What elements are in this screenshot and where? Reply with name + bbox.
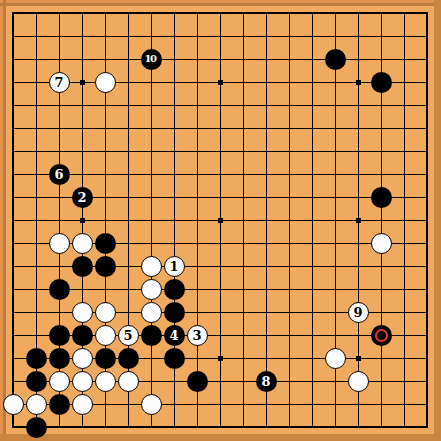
- stone-white: [95, 302, 116, 323]
- stone-black: [26, 371, 47, 392]
- stone-black: [164, 348, 185, 369]
- stone-white-5: 5: [118, 325, 139, 346]
- stone-black-4: 4: [164, 325, 185, 346]
- stone-black: [72, 256, 93, 277]
- marked-stone-black: [371, 325, 392, 346]
- stone-black: [95, 348, 116, 369]
- stone-black-10: 10: [141, 49, 162, 70]
- stone-black: [95, 233, 116, 254]
- stone-white: [49, 371, 70, 392]
- move-number: 2: [77, 190, 86, 203]
- stone-black-8: 8: [256, 371, 277, 392]
- stone-white: [26, 394, 47, 415]
- stone-white: [72, 348, 93, 369]
- move-number: 1: [169, 259, 178, 272]
- stones-layer: 10762195438: [0, 0, 441, 441]
- go-board: 10762195438: [0, 0, 441, 441]
- stone-black: [49, 325, 70, 346]
- stone-black: [118, 348, 139, 369]
- stone-white: [72, 302, 93, 323]
- stone-white: [95, 371, 116, 392]
- stone-white-7: 7: [49, 72, 70, 93]
- stone-white: [141, 279, 162, 300]
- stone-black: [95, 256, 116, 277]
- move-number: 10: [145, 54, 156, 64]
- stone-white-9: 9: [348, 302, 369, 323]
- stone-white: [371, 233, 392, 254]
- stone-white-1: 1: [164, 256, 185, 277]
- stone-white: [3, 394, 24, 415]
- stone-black-6: 6: [49, 164, 70, 185]
- stone-black: [187, 371, 208, 392]
- stone-black: [26, 417, 47, 438]
- move-number: 5: [123, 328, 132, 341]
- stone-black: [49, 348, 70, 369]
- move-number: 9: [353, 305, 362, 318]
- stone-white: [72, 394, 93, 415]
- stone-black: [164, 279, 185, 300]
- stone-white: [72, 233, 93, 254]
- stone-white: [348, 371, 369, 392]
- stone-white: [95, 325, 116, 346]
- stone-black: [371, 72, 392, 93]
- stone-black: [72, 325, 93, 346]
- red-circle-mark: [375, 329, 388, 342]
- stone-white: [141, 256, 162, 277]
- stone-black: [49, 279, 70, 300]
- stone-black: [164, 302, 185, 323]
- move-number: 3: [192, 328, 201, 341]
- stone-white: [141, 394, 162, 415]
- stone-white: [325, 348, 346, 369]
- stone-black: [371, 187, 392, 208]
- stone-white: [118, 371, 139, 392]
- move-number: 7: [54, 75, 63, 88]
- move-number: 8: [261, 374, 270, 387]
- stone-white: [141, 302, 162, 323]
- stone-black: [325, 49, 346, 70]
- stone-black-2: 2: [72, 187, 93, 208]
- stone-black: [49, 394, 70, 415]
- stone-white: [72, 371, 93, 392]
- go-diagram: 10762195438: [0, 0, 441, 441]
- stone-white-3: 3: [187, 325, 208, 346]
- stone-white: [49, 233, 70, 254]
- stone-white: [95, 72, 116, 93]
- stone-black: [26, 348, 47, 369]
- move-number: 6: [54, 167, 63, 180]
- move-number: 4: [169, 328, 178, 341]
- stone-black: [141, 325, 162, 346]
